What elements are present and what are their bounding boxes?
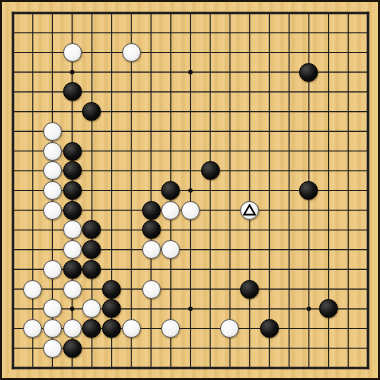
board-point (43, 161, 63, 181)
white-stone[interactable] (43, 122, 62, 141)
board-point (62, 220, 82, 240)
white-stone[interactable] (63, 220, 82, 239)
black-stone[interactable] (260, 319, 279, 338)
white-stone[interactable] (23, 280, 42, 299)
black-stone[interactable] (102, 319, 121, 338)
board-point (141, 200, 161, 220)
white-stone[interactable] (82, 299, 101, 318)
triangle-mark-icon (243, 204, 256, 216)
board-point (141, 240, 161, 260)
board-point (181, 200, 201, 220)
white-stone[interactable] (23, 319, 42, 338)
board-point (43, 319, 63, 339)
black-stone[interactable] (63, 142, 82, 161)
white-stone[interactable] (43, 142, 62, 161)
board-point (62, 82, 82, 102)
black-stone[interactable] (63, 201, 82, 220)
board-point (141, 279, 161, 299)
board-point (102, 319, 122, 339)
white-stone[interactable] (43, 161, 62, 180)
board-point (62, 181, 82, 201)
black-stone[interactable] (63, 339, 82, 358)
board-point (82, 102, 102, 122)
black-stone[interactable] (63, 82, 82, 101)
board-point (240, 279, 260, 299)
board-point (319, 299, 339, 319)
black-stone[interactable] (299, 63, 318, 82)
board-point (102, 279, 122, 299)
board-point (82, 319, 102, 339)
black-stone[interactable] (299, 181, 318, 200)
black-stone[interactable] (63, 260, 82, 279)
white-stone[interactable] (43, 181, 62, 200)
board-point (62, 141, 82, 161)
board-point (23, 279, 43, 299)
board-point (121, 319, 141, 339)
white-stone[interactable] (122, 43, 141, 62)
black-stone[interactable] (82, 260, 101, 279)
board-point (43, 338, 63, 358)
white-stone[interactable] (43, 339, 62, 358)
board-point (43, 141, 63, 161)
white-stone[interactable] (43, 260, 62, 279)
board-point (62, 338, 82, 358)
black-stone[interactable] (102, 299, 121, 318)
white-stone[interactable] (142, 240, 161, 259)
board-point (220, 319, 240, 339)
board-point (62, 319, 82, 339)
board-point (43, 121, 63, 141)
white-stone[interactable] (142, 280, 161, 299)
white-stone[interactable] (220, 319, 239, 338)
board-point (43, 200, 63, 220)
black-stone[interactable] (63, 161, 82, 180)
board-point (82, 299, 102, 319)
board-point (102, 299, 122, 319)
board-point (121, 43, 141, 63)
white-stone[interactable] (43, 299, 62, 318)
board-point (161, 181, 181, 201)
board-point (62, 161, 82, 181)
black-stone[interactable] (82, 240, 101, 259)
white-stone-triangle-marked[interactable] (240, 201, 259, 220)
black-stone[interactable] (82, 319, 101, 338)
black-stone[interactable] (201, 161, 220, 180)
board-point (62, 240, 82, 260)
board-point (200, 161, 220, 181)
white-stone[interactable] (63, 43, 82, 62)
white-stone[interactable] (43, 319, 62, 338)
board-point (82, 259, 102, 279)
white-stone[interactable] (43, 201, 62, 220)
black-stone[interactable] (82, 220, 101, 239)
go-board[interactable] (0, 0, 380, 380)
board-point (82, 240, 102, 260)
black-stone[interactable] (63, 181, 82, 200)
white-stone[interactable] (63, 240, 82, 259)
black-stone[interactable] (319, 299, 338, 318)
black-stone[interactable] (240, 280, 259, 299)
white-stone[interactable] (161, 240, 180, 259)
board-point (43, 299, 63, 319)
board-point (62, 259, 82, 279)
white-stone[interactable] (63, 280, 82, 299)
black-stone[interactable] (82, 102, 101, 121)
board-point (62, 279, 82, 299)
white-stone[interactable] (181, 201, 200, 220)
board-point (240, 200, 260, 220)
board-point (161, 240, 181, 260)
board-point (23, 319, 43, 339)
board-point (299, 181, 319, 201)
board-point (43, 259, 63, 279)
white-stone[interactable] (122, 319, 141, 338)
board-point (259, 319, 279, 339)
white-stone[interactable] (63, 319, 82, 338)
board-point (299, 62, 319, 82)
white-stone[interactable] (161, 319, 180, 338)
board-point (161, 319, 181, 339)
board-point (161, 200, 181, 220)
white-stone[interactable] (161, 201, 180, 220)
black-stone[interactable] (142, 201, 161, 220)
board-point (62, 43, 82, 63)
black-stone[interactable] (142, 220, 161, 239)
board-point (43, 181, 63, 201)
board-point (62, 200, 82, 220)
black-stone[interactable] (161, 181, 180, 200)
board-point (141, 220, 161, 240)
board-point (82, 220, 102, 240)
stones-layer (3, 3, 378, 378)
black-stone[interactable] (102, 280, 121, 299)
